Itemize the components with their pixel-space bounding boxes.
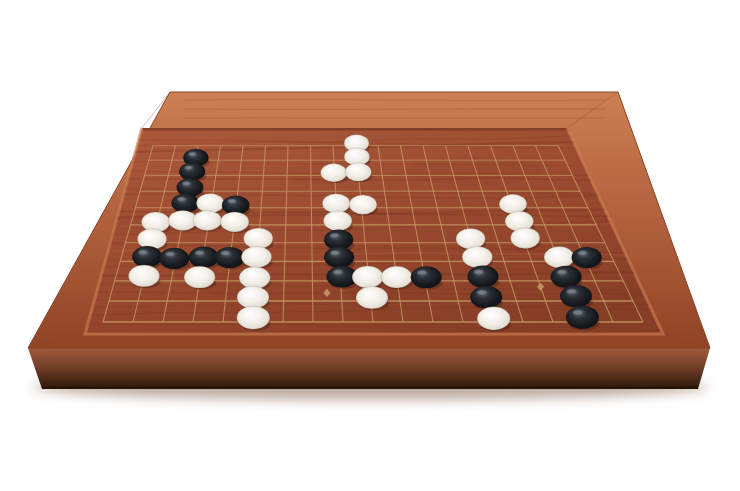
black-stone-body (572, 247, 602, 268)
white-stone-body (193, 210, 221, 230)
black-stone-body (215, 247, 245, 268)
white-stone[interactable] (129, 265, 161, 288)
white-stone[interactable] (237, 306, 271, 331)
stone-highlight (195, 251, 204, 255)
white-stone-body (129, 265, 160, 287)
stone-highlight (138, 250, 147, 254)
white-stone[interactable] (193, 210, 222, 231)
white-stone-body (184, 266, 215, 288)
white-stone-body (352, 266, 383, 288)
white-stone-body (321, 164, 347, 182)
black-stone-body (470, 286, 502, 308)
black-stone-body (159, 248, 189, 269)
white-stone-body (322, 194, 350, 213)
white-stone-body (237, 286, 269, 308)
stone-highlight (330, 251, 339, 255)
go-board-photo-stage (0, 0, 740, 491)
stone-highlight (221, 251, 230, 255)
stone-highlight (573, 310, 583, 315)
white-stone[interactable] (511, 228, 541, 250)
white-stone[interactable] (544, 247, 575, 270)
black-stone-body (171, 194, 199, 213)
white-stone-body (349, 195, 377, 214)
white-stone[interactable] (184, 266, 216, 289)
white-stone[interactable] (349, 195, 378, 216)
white-stone-body (356, 286, 388, 308)
white-stone-body (477, 307, 510, 330)
black-stone-body (560, 285, 592, 307)
stone-highlight (182, 182, 190, 186)
stone-highlight (417, 270, 426, 274)
stone-highlight (189, 152, 197, 156)
black-stone-body (189, 247, 219, 268)
white-stone-body (237, 306, 270, 329)
white-stone-body (456, 229, 485, 250)
white-stone[interactable] (352, 266, 384, 289)
stone-highlight (177, 197, 185, 201)
white-stone-body (241, 246, 271, 267)
white-stone[interactable] (241, 246, 272, 269)
white-stone-body (169, 210, 197, 230)
black-stone-body (132, 246, 162, 267)
black-stone-body (566, 306, 599, 329)
white-stone[interactable] (324, 211, 353, 232)
stone-highlight (557, 270, 566, 274)
white-stone-body (499, 194, 527, 213)
white-stone-body (381, 266, 412, 288)
screenshot-root (0, 0, 740, 491)
go-board-photo (0, 0, 740, 491)
stone-highlight (228, 199, 236, 203)
white-stone-body (544, 247, 574, 268)
stone-highlight (567, 289, 577, 293)
white-stone-body (244, 228, 273, 249)
white-stone[interactable] (220, 212, 249, 233)
stone-highlight (477, 290, 487, 294)
white-stone-body (511, 228, 540, 249)
stone-highlight (474, 270, 483, 274)
white-stone-body (220, 212, 248, 232)
white-stone-body (324, 211, 352, 231)
white-stone[interactable] (477, 307, 511, 332)
white-stone[interactable] (381, 266, 413, 289)
white-stone-body (239, 267, 270, 289)
white-stone-body (345, 163, 371, 181)
stone-highlight (578, 251, 587, 255)
stone-highlight (330, 233, 339, 237)
white-stone[interactable] (356, 286, 389, 310)
stone-highlight (166, 252, 175, 256)
black-stone-body (551, 266, 582, 288)
frame-front-face (28, 348, 710, 389)
black-stone-body (324, 247, 354, 268)
white-stone[interactable] (462, 246, 493, 269)
stone-highlight (333, 270, 342, 274)
stone-highlight (185, 166, 193, 170)
black-stone-body (179, 162, 205, 180)
black-stone-body (411, 266, 442, 288)
white-stone-body (137, 229, 166, 250)
black-stone-body (468, 266, 499, 288)
white-stone-body (197, 194, 225, 213)
white-stone-body (462, 246, 492, 267)
black-stone-body (177, 178, 204, 197)
